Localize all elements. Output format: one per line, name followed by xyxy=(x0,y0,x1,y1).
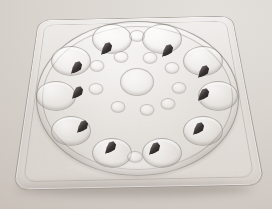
outer-dimple-2 xyxy=(127,151,143,163)
ring-cell-10[interactable] xyxy=(51,46,91,76)
inner-dimple-1 xyxy=(90,60,105,72)
inner-dimple-6 xyxy=(161,98,176,110)
ring-cell-9[interactable] xyxy=(36,81,76,111)
outer-dimple-1 xyxy=(129,30,145,42)
ring-cell-2[interactable] xyxy=(142,24,182,54)
inner-dimple-3 xyxy=(143,52,158,64)
inner-dimple-2 xyxy=(114,51,129,63)
game-board xyxy=(0,0,272,209)
inner-dimple-7 xyxy=(140,104,155,116)
ring-cell-6[interactable] xyxy=(142,138,182,168)
ring-cell-1[interactable] xyxy=(92,24,132,54)
ring-cell-5[interactable] xyxy=(183,116,223,146)
inner-dimple-4 xyxy=(165,62,180,74)
inner-dimple-5 xyxy=(172,82,187,94)
photo-scene xyxy=(0,0,272,209)
inner-dimple-8 xyxy=(111,101,126,113)
center-cell[interactable] xyxy=(120,68,154,96)
inner-dimple-9 xyxy=(89,83,104,95)
